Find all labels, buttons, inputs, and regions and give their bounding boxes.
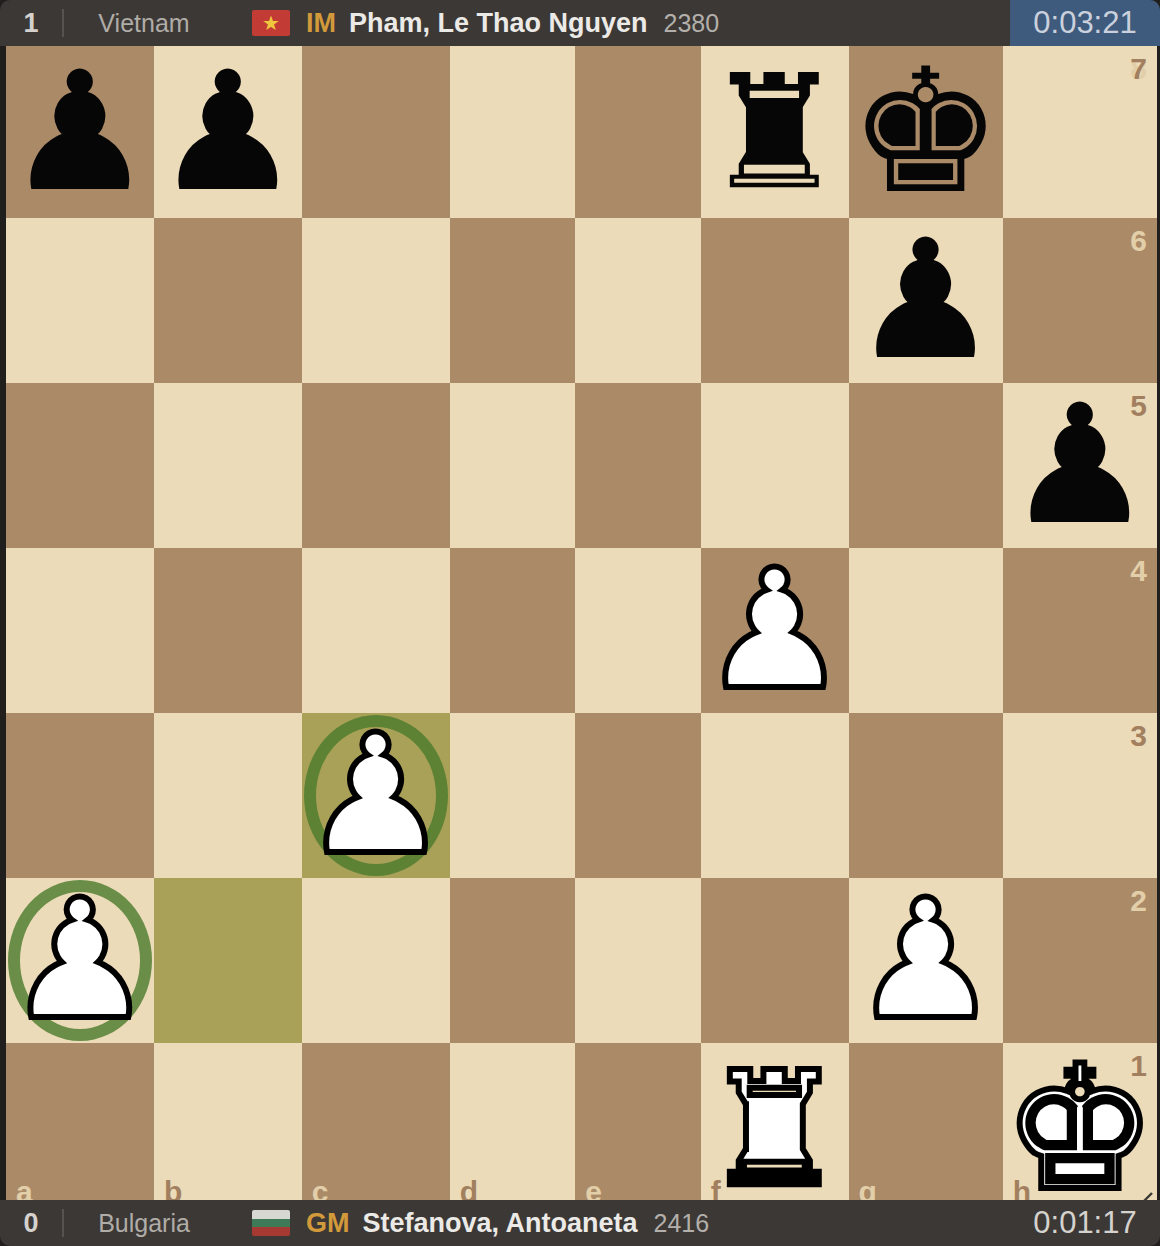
star-icon: ★ xyxy=(262,13,280,33)
square-b5 xyxy=(154,383,302,548)
square-b7: ♟ xyxy=(154,46,302,218)
square-d2 xyxy=(450,878,575,1043)
square-e4 xyxy=(575,548,700,713)
square-d7 xyxy=(450,46,575,218)
square-a7: ♟ xyxy=(6,46,154,218)
square-g7: ♚ xyxy=(849,46,1003,218)
clock-bottom: 0:01:17 xyxy=(1010,1200,1160,1246)
square-h1: ♚1h xyxy=(1003,1043,1157,1215)
bulgaria-flag-icon: ★ xyxy=(252,1210,290,1236)
white-rook: ♜ xyxy=(704,1050,846,1208)
square-h3: 3 xyxy=(1003,713,1157,878)
square-b6 xyxy=(154,218,302,383)
square-g1: g xyxy=(849,1043,1003,1215)
square-h7: 7 xyxy=(1003,46,1157,218)
square-f5 xyxy=(701,383,849,548)
black-rook: ♜ xyxy=(704,53,846,211)
player-name-top: Pham, Le Thao Nguyen xyxy=(349,8,648,39)
white-pawn: ♟ xyxy=(302,713,450,878)
square-a5 xyxy=(6,383,154,548)
square-g5 xyxy=(849,383,1003,548)
square-d6 xyxy=(450,218,575,383)
square-e2 xyxy=(575,878,700,1043)
player-rating-bottom: 2416 xyxy=(654,1209,710,1238)
square-f3 xyxy=(701,713,849,878)
square-c2 xyxy=(302,878,450,1043)
square-c7 xyxy=(302,46,450,218)
country-bottom: Bulgaria xyxy=(64,1209,224,1238)
square-e1: e xyxy=(575,1043,700,1215)
square-c5 xyxy=(302,383,450,548)
rank-label-7: 7 xyxy=(1130,54,1147,84)
rank-label-2: 2 xyxy=(1130,886,1147,916)
square-b3 xyxy=(154,713,302,878)
black-king: ♚ xyxy=(849,46,1003,218)
square-a2: ♟ xyxy=(6,878,154,1043)
square-d1: d xyxy=(450,1043,575,1215)
square-b1: b xyxy=(154,1043,302,1215)
black-pawn: ♟ xyxy=(6,50,154,215)
square-g6: ♟ xyxy=(849,218,1003,383)
square-d4 xyxy=(450,548,575,713)
player-bar-bottom: 0 Bulgaria ★ GM Stefanova, Antoaneta 241… xyxy=(0,1200,1160,1246)
square-h5: ♟5 xyxy=(1003,383,1157,548)
square-c6 xyxy=(302,218,450,383)
square-f6 xyxy=(701,218,849,383)
rank-label-6: 6 xyxy=(1130,226,1147,256)
square-a6 xyxy=(6,218,154,383)
square-e3 xyxy=(575,713,700,878)
board: 8♟♟♜♚7♟6♟5♟4♟3♟♟2abcde♜fg♚1h xyxy=(6,46,1157,1200)
square-f1: ♜f xyxy=(701,1043,849,1215)
score-bottom: 0 xyxy=(0,1208,62,1239)
square-h2: 2 xyxy=(1003,878,1157,1043)
white-pawn: ♟ xyxy=(701,548,849,713)
player-title-bottom: GM xyxy=(306,1208,350,1239)
square-c3: ♟ xyxy=(302,713,450,878)
black-pawn: ♟ xyxy=(154,50,302,215)
white-pawn: ♟ xyxy=(852,878,1000,1043)
rank-label-5: 5 xyxy=(1130,391,1147,421)
rank-label-1: 1 xyxy=(1130,1051,1147,1081)
country-top: Vietnam xyxy=(64,9,224,38)
square-g4 xyxy=(849,548,1003,713)
clock-top: 0:03:21 xyxy=(1010,0,1160,46)
square-c1: c xyxy=(302,1043,450,1215)
player-bar-top: 1 Vietnam ★ IM Pham, Le Thao Nguyen 2380… xyxy=(0,0,1160,46)
white-pawn: ♟ xyxy=(6,878,154,1043)
square-c4 xyxy=(302,548,450,713)
rank-label-3: 3 xyxy=(1130,721,1147,751)
rank-label-4: 4 xyxy=(1130,556,1147,586)
square-a1: a xyxy=(6,1043,154,1215)
square-a3 xyxy=(6,713,154,878)
square-f2 xyxy=(701,878,849,1043)
square-d5 xyxy=(450,383,575,548)
square-f7: ♜ xyxy=(701,46,849,218)
score-top: 1 xyxy=(0,8,62,39)
player-rating-top: 2380 xyxy=(664,9,720,38)
square-f4: ♟ xyxy=(701,548,849,713)
vietnam-flag-icon: ★ xyxy=(252,10,290,36)
square-e7 xyxy=(575,46,700,218)
square-d3 xyxy=(450,713,575,878)
square-h4: 4 xyxy=(1003,548,1157,713)
square-b2 xyxy=(154,878,302,1043)
square-g3 xyxy=(849,713,1003,878)
player-title-top: IM xyxy=(306,8,336,39)
square-b4 xyxy=(154,548,302,713)
square-h6: 6 xyxy=(1003,218,1157,383)
player-name-bottom: Stefanova, Antoaneta xyxy=(363,1208,638,1239)
square-e5 xyxy=(575,383,700,548)
square-e6 xyxy=(575,218,700,383)
square-a4 xyxy=(6,548,154,713)
black-pawn: ♟ xyxy=(852,218,1000,383)
square-g2: ♟ xyxy=(849,878,1003,1043)
